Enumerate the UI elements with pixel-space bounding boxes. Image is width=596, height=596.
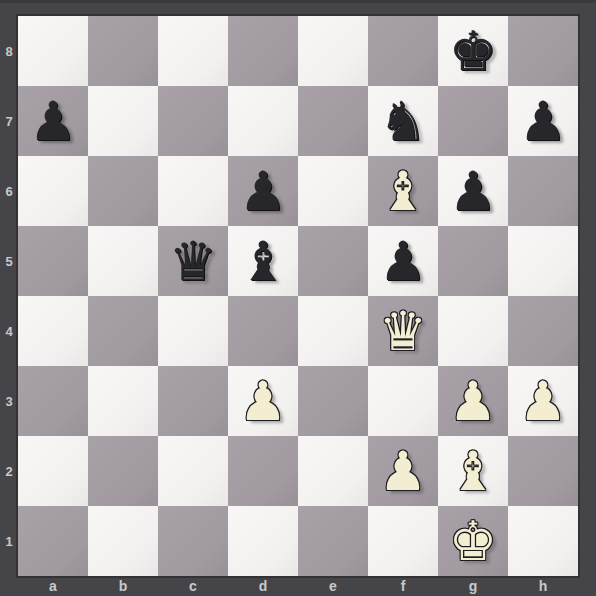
rank-label-5: 5 <box>0 226 18 296</box>
square-b2[interactable] <box>88 436 158 506</box>
square-b8[interactable] <box>88 16 158 86</box>
square-f7[interactable]: ♞ <box>368 86 438 156</box>
piece-white-king-g1[interactable]: ♚ <box>438 506 508 576</box>
square-e4[interactable] <box>298 296 368 366</box>
square-h5[interactable] <box>508 226 578 296</box>
piece-white-queen-f4[interactable]: ♛ <box>368 296 438 366</box>
square-e7[interactable] <box>298 86 368 156</box>
file-labels: abcdefgh <box>18 576 578 596</box>
file-label-a: a <box>18 576 88 596</box>
file-label-g: g <box>438 576 508 596</box>
square-f2[interactable]: ♟ <box>368 436 438 506</box>
square-f3[interactable] <box>368 366 438 436</box>
piece-white-bishop-g2[interactable]: ♝ <box>438 436 508 506</box>
square-d1[interactable] <box>228 506 298 576</box>
square-a7[interactable]: ♟ <box>18 86 88 156</box>
square-f8[interactable] <box>368 16 438 86</box>
piece-white-bishop-f6[interactable]: ♝ <box>368 156 438 226</box>
square-h6[interactable] <box>508 156 578 226</box>
rank-label-2: 2 <box>0 436 18 506</box>
square-b7[interactable] <box>88 86 158 156</box>
square-g8[interactable]: ♚ <box>438 16 508 86</box>
square-g2[interactable]: ♝ <box>438 436 508 506</box>
rank-label-6: 6 <box>0 156 18 226</box>
square-c5[interactable]: ♛ <box>158 226 228 296</box>
square-b3[interactable] <box>88 366 158 436</box>
square-e8[interactable] <box>298 16 368 86</box>
square-c3[interactable] <box>158 366 228 436</box>
square-a3[interactable] <box>18 366 88 436</box>
piece-black-pawn-g6[interactable]: ♟ <box>438 156 508 226</box>
square-h8[interactable] <box>508 16 578 86</box>
square-f5[interactable]: ♟ <box>368 226 438 296</box>
square-d5[interactable]: ♝ <box>228 226 298 296</box>
piece-black-pawn-h7[interactable]: ♟ <box>508 86 578 156</box>
file-label-e: e <box>298 576 368 596</box>
square-h3[interactable]: ♟ <box>508 366 578 436</box>
square-g6[interactable]: ♟ <box>438 156 508 226</box>
square-h4[interactable] <box>508 296 578 366</box>
chess-board: ♚♟♞♟♟♝♟♛♝♟♛♟♟♟♟♝♚ <box>18 16 578 576</box>
piece-black-queen-c5[interactable]: ♛ <box>158 226 228 296</box>
rank-labels: 87654321 <box>0 16 18 576</box>
file-label-b: b <box>88 576 158 596</box>
square-g7[interactable] <box>438 86 508 156</box>
square-c6[interactable] <box>158 156 228 226</box>
file-label-d: d <box>228 576 298 596</box>
piece-white-pawn-f2[interactable]: ♟ <box>368 436 438 506</box>
square-g1[interactable]: ♚ <box>438 506 508 576</box>
square-b1[interactable] <box>88 506 158 576</box>
file-label-c: c <box>158 576 228 596</box>
square-g3[interactable]: ♟ <box>438 366 508 436</box>
rank-label-8: 8 <box>0 16 18 86</box>
piece-black-bishop-d5[interactable]: ♝ <box>228 226 298 296</box>
square-d6[interactable]: ♟ <box>228 156 298 226</box>
square-d4[interactable] <box>228 296 298 366</box>
square-a8[interactable] <box>18 16 88 86</box>
piece-black-knight-f7[interactable]: ♞ <box>368 86 438 156</box>
square-e5[interactable] <box>298 226 368 296</box>
piece-black-pawn-a7[interactable]: ♟ <box>18 86 88 156</box>
chess-app-window: ♚♟♞♟♟♝♟♛♝♟♛♟♟♟♟♝♚ 87654321 abcdefgh <box>0 0 596 596</box>
piece-white-pawn-d3[interactable]: ♟ <box>228 366 298 436</box>
square-a6[interactable] <box>18 156 88 226</box>
square-a2[interactable] <box>18 436 88 506</box>
square-f4[interactable]: ♛ <box>368 296 438 366</box>
square-a1[interactable] <box>18 506 88 576</box>
rank-label-4: 4 <box>0 296 18 366</box>
square-h2[interactable] <box>508 436 578 506</box>
piece-white-pawn-h3[interactable]: ♟ <box>508 366 578 436</box>
square-b4[interactable] <box>88 296 158 366</box>
square-h7[interactable]: ♟ <box>508 86 578 156</box>
piece-white-pawn-g3[interactable]: ♟ <box>438 366 508 436</box>
square-c2[interactable] <box>158 436 228 506</box>
rank-label-1: 1 <box>0 506 18 576</box>
square-a5[interactable] <box>18 226 88 296</box>
square-e3[interactable] <box>298 366 368 436</box>
piece-black-pawn-d6[interactable]: ♟ <box>228 156 298 226</box>
square-c4[interactable] <box>158 296 228 366</box>
square-c1[interactable] <box>158 506 228 576</box>
square-g5[interactable] <box>438 226 508 296</box>
square-b5[interactable] <box>88 226 158 296</box>
square-g4[interactable] <box>438 296 508 366</box>
square-d7[interactable] <box>228 86 298 156</box>
piece-black-king-g8[interactable]: ♚ <box>438 16 508 86</box>
square-e2[interactable] <box>298 436 368 506</box>
square-h1[interactable] <box>508 506 578 576</box>
square-b6[interactable] <box>88 156 158 226</box>
piece-black-pawn-f5[interactable]: ♟ <box>368 226 438 296</box>
file-label-h: h <box>508 576 578 596</box>
square-f1[interactable] <box>368 506 438 576</box>
square-d2[interactable] <box>228 436 298 506</box>
file-label-f: f <box>368 576 438 596</box>
square-d3[interactable]: ♟ <box>228 366 298 436</box>
square-e1[interactable] <box>298 506 368 576</box>
square-a4[interactable] <box>18 296 88 366</box>
square-c7[interactable] <box>158 86 228 156</box>
rank-label-7: 7 <box>0 86 18 156</box>
square-e6[interactable] <box>298 156 368 226</box>
square-f6[interactable]: ♝ <box>368 156 438 226</box>
square-d8[interactable] <box>228 16 298 86</box>
rank-label-3: 3 <box>0 366 18 436</box>
square-c8[interactable] <box>158 16 228 86</box>
